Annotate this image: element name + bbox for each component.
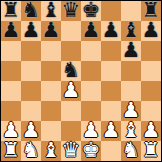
square-f2[interactable]: ♟ — [101, 121, 121, 141]
square-f4[interactable] — [101, 81, 121, 101]
white-queen[interactable]: ♛ — [62, 140, 81, 160]
square-a4[interactable] — [1, 81, 21, 101]
square-a7[interactable]: ♟ — [1, 21, 21, 41]
square-c3[interactable] — [41, 101, 61, 121]
white-rook[interactable]: ♜ — [2, 140, 21, 160]
white-pawn[interactable]: ♟ — [102, 120, 121, 140]
black-rook[interactable]: ♜ — [142, 0, 161, 20]
black-queen[interactable]: ♛ — [62, 0, 81, 20]
square-h7[interactable]: ♟ — [141, 21, 161, 41]
square-h5[interactable] — [141, 61, 161, 81]
square-d1[interactable]: ♛ — [61, 141, 81, 161]
square-c7[interactable]: ♟ — [41, 21, 61, 41]
square-f5[interactable] — [101, 61, 121, 81]
black-rook[interactable]: ♜ — [2, 0, 21, 20]
white-knight[interactable]: ♞ — [22, 140, 41, 160]
black-knight[interactable]: ♞ — [62, 60, 81, 80]
square-d4[interactable]: ♟ — [61, 81, 81, 101]
black-bishop[interactable]: ♝ — [122, 20, 141, 40]
black-pawn[interactable]: ♟ — [42, 20, 61, 40]
square-e1[interactable]: ♚ — [81, 141, 101, 161]
square-b4[interactable] — [21, 81, 41, 101]
black-knight[interactable]: ♞ — [22, 0, 41, 20]
white-rook[interactable]: ♜ — [142, 140, 161, 160]
square-h1[interactable]: ♜ — [141, 141, 161, 161]
square-e6[interactable] — [81, 41, 101, 61]
square-a6[interactable] — [1, 41, 21, 61]
square-f7[interactable]: ♟ — [101, 21, 121, 41]
black-pawn[interactable]: ♟ — [142, 20, 161, 40]
square-f6[interactable] — [101, 41, 121, 61]
white-king[interactable]: ♚ — [82, 140, 101, 160]
square-h4[interactable] — [141, 81, 161, 101]
square-c1[interactable]: ♝ — [41, 141, 61, 161]
square-h6[interactable] — [141, 41, 161, 61]
square-c4[interactable] — [41, 81, 61, 101]
white-pawn[interactable]: ♟ — [22, 120, 41, 140]
white-bishop[interactable]: ♝ — [42, 140, 61, 160]
square-e7[interactable]: ♟ — [81, 21, 101, 41]
black-king[interactable]: ♚ — [82, 0, 101, 20]
square-d3[interactable] — [61, 101, 81, 121]
chess-board: ♜♞♝♛♚♜♟♟♟♟♟♝♟♟♞♟♟♟♟♟♟♝♟♜♞♝♛♚♞♜ — [1, 1, 161, 161]
square-g6[interactable]: ♟ — [121, 41, 141, 61]
white-bishop[interactable]: ♝ — [122, 120, 141, 140]
square-a5[interactable] — [1, 61, 21, 81]
square-e5[interactable] — [81, 61, 101, 81]
white-pawn[interactable]: ♟ — [62, 80, 81, 100]
square-e4[interactable] — [81, 81, 101, 101]
white-pawn[interactable]: ♟ — [122, 100, 141, 120]
square-a1[interactable]: ♜ — [1, 141, 21, 161]
square-c5[interactable] — [41, 61, 61, 81]
black-pawn[interactable]: ♟ — [122, 40, 141, 60]
black-pawn[interactable]: ♟ — [82, 20, 101, 40]
black-pawn[interactable]: ♟ — [102, 20, 121, 40]
black-bishop[interactable]: ♝ — [42, 0, 61, 20]
square-g1[interactable]: ♞ — [121, 141, 141, 161]
square-f1[interactable] — [101, 141, 121, 161]
square-g5[interactable] — [121, 61, 141, 81]
square-b1[interactable]: ♞ — [21, 141, 41, 161]
black-pawn[interactable]: ♟ — [22, 20, 41, 40]
black-pawn[interactable]: ♟ — [2, 20, 21, 40]
white-knight[interactable]: ♞ — [122, 140, 141, 160]
white-pawn[interactable]: ♟ — [2, 120, 21, 140]
square-b6[interactable] — [21, 41, 41, 61]
square-b7[interactable]: ♟ — [21, 21, 41, 41]
square-c6[interactable] — [41, 41, 61, 61]
square-d7[interactable] — [61, 21, 81, 41]
white-pawn[interactable]: ♟ — [142, 120, 161, 140]
square-b5[interactable] — [21, 61, 41, 81]
square-d8[interactable]: ♛ — [61, 1, 81, 21]
white-pawn[interactable]: ♟ — [82, 120, 101, 140]
chess-board-frame: ♜♞♝♛♚♜♟♟♟♟♟♝♟♟♞♟♟♟♟♟♟♝♟♜♞♝♛♚♞♜ — [0, 0, 162, 162]
